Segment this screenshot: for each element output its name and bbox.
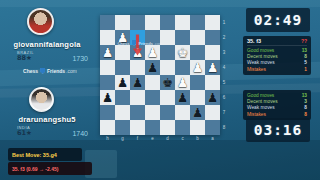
game-analysis-screen: giovannifalangola BRAZIL 88★ 1730 ChessF… xyxy=(0,0,320,180)
file-label-c: c xyxy=(175,135,190,142)
square-f4[interactable] xyxy=(130,60,145,75)
square-h6[interactable]: ♟ xyxy=(100,90,115,105)
stats-header: 35. f3 ?? xyxy=(247,38,307,46)
square-c8[interactable] xyxy=(175,120,190,135)
board-watermark: ChessFriends.com xyxy=(112,40,168,46)
stat-value: 8 xyxy=(304,105,307,110)
rank-label-3: 3 xyxy=(221,45,227,60)
shield-icon xyxy=(131,40,136,46)
black-pawn-c6: ♟ xyxy=(177,90,188,105)
square-e3[interactable]: ♟ xyxy=(145,45,160,60)
square-h7[interactable] xyxy=(100,105,115,120)
player-rating-black: 1740 xyxy=(48,130,88,137)
black-pawn-a6: ♟ xyxy=(207,90,218,105)
black-pawn-f5: ♟ xyxy=(132,75,143,90)
square-g1[interactable] xyxy=(115,15,130,30)
background-wave xyxy=(0,0,320,7)
white-pawn-e3: ♟ xyxy=(147,45,158,60)
square-c5[interactable]: ♟ xyxy=(175,75,190,90)
rank-label-1: 1 xyxy=(221,15,227,30)
logo-suffix: .com xyxy=(154,41,163,46)
black-pawn-h6: ♟ xyxy=(102,90,113,105)
square-f7[interactable] xyxy=(130,105,145,120)
player-name-white: giovannifalangola xyxy=(2,40,92,49)
stat-label: Weak moves xyxy=(247,105,275,110)
player-avatar-white[interactable] xyxy=(27,8,54,35)
square-e4[interactable]: ♟ xyxy=(145,60,160,75)
stat-value: 8 xyxy=(304,112,307,117)
best-move-text: Best Move: 35.g4 xyxy=(12,152,57,158)
square-b6[interactable] xyxy=(190,90,205,105)
white-pawn-b4: ♟ xyxy=(192,60,203,75)
chessfriends-logo: ChessFriends.com xyxy=(20,68,80,74)
square-g8[interactable] xyxy=(115,120,130,135)
black-pawn-g5: ♟ xyxy=(117,75,128,90)
chess-board: ♟♟♟♟♚♟♟♟♟♟♚♟♟♟♟♟ xyxy=(100,15,220,135)
square-f5[interactable]: ♟ xyxy=(130,75,145,90)
square-b7[interactable]: ♟ xyxy=(190,105,205,120)
player-badges-white: 88★ xyxy=(17,54,32,62)
white-pawn-f3: ♟ xyxy=(132,45,143,60)
clock-black: 03:16 xyxy=(246,118,310,142)
file-label-e: e xyxy=(145,135,160,142)
player-name-black: drarunangshu5 xyxy=(2,115,92,124)
square-a8[interactable] xyxy=(205,120,220,135)
rank-label-2: 2 xyxy=(221,30,227,45)
stat-label: Decent moves xyxy=(247,54,278,59)
square-g6[interactable] xyxy=(115,90,130,105)
square-h1[interactable] xyxy=(100,15,115,30)
square-h5[interactable] xyxy=(100,75,115,90)
clock-black-time: 03:16 xyxy=(254,122,303,138)
square-g4[interactable] xyxy=(115,60,130,75)
square-a2[interactable] xyxy=(205,30,220,45)
square-d5[interactable]: ♚ xyxy=(160,75,175,90)
stats-panel-white: 35. f3 ?? Good moves13Decent moves8Weak … xyxy=(243,36,311,75)
file-label-h: h xyxy=(100,135,115,142)
file-label-g: g xyxy=(115,135,130,142)
file-label-d: d xyxy=(160,135,175,142)
square-f8[interactable] xyxy=(130,120,145,135)
square-a7[interactable] xyxy=(205,105,220,120)
stats-panel-black: Good moves13Decent moves3Weak moves8Mist… xyxy=(243,90,311,120)
played-move-eval-panel: 35. f3 (0.69 → -2.45) xyxy=(8,162,92,175)
square-c2[interactable] xyxy=(175,30,190,45)
square-a1[interactable] xyxy=(205,15,220,30)
square-g7[interactable] xyxy=(115,105,130,120)
file-label-b: b xyxy=(190,135,205,142)
square-b2[interactable] xyxy=(190,30,205,45)
square-e5[interactable] xyxy=(145,75,160,90)
stat-value: 13 xyxy=(302,48,307,53)
stat-label: Decent moves xyxy=(247,99,278,104)
square-b1[interactable] xyxy=(190,15,205,30)
stat-label: Mistakes xyxy=(247,67,266,72)
square-c4[interactable] xyxy=(175,60,190,75)
stat-label: Weak moves xyxy=(247,60,275,65)
square-c3[interactable]: ♚ xyxy=(175,45,190,60)
logo-word2: Friends xyxy=(138,41,152,46)
square-h8[interactable] xyxy=(100,120,115,135)
square-c1[interactable] xyxy=(175,15,190,30)
logo-word2: Friends xyxy=(47,68,65,74)
square-b5[interactable] xyxy=(190,75,205,90)
stat-value: 1 xyxy=(304,67,307,72)
square-d4[interactable] xyxy=(160,60,175,75)
square-e6[interactable] xyxy=(145,90,160,105)
logo-suffix: .com xyxy=(66,68,77,74)
square-e1[interactable] xyxy=(145,15,160,30)
stat-label: Mistakes xyxy=(247,112,266,117)
stat-value: 5 xyxy=(304,60,307,65)
square-c6[interactable]: ♟ xyxy=(175,90,190,105)
stat-value: 13 xyxy=(302,93,307,98)
clock-white: 02:49 xyxy=(246,8,310,32)
stat-value: 8 xyxy=(304,54,307,59)
square-c7[interactable] xyxy=(175,105,190,120)
played-move-eval-text: 35. f3 (0.69 → -2.45) xyxy=(12,166,58,172)
black-pawn-e4: ♟ xyxy=(147,60,158,75)
black-pawn-b7: ♟ xyxy=(192,105,203,120)
file-label-f: f xyxy=(130,135,145,142)
white-king-c3: ♚ xyxy=(177,45,188,60)
file-label-a: a xyxy=(205,135,220,142)
rank-label-5: 5 xyxy=(221,75,227,90)
white-pawn-h3: ♟ xyxy=(102,45,113,60)
square-d6[interactable] xyxy=(160,90,175,105)
rank-label-4: 4 xyxy=(221,60,227,75)
stat-label: Good moves xyxy=(247,48,274,53)
square-a6[interactable]: ♟ xyxy=(205,90,220,105)
stat-label: Good moves xyxy=(247,93,274,98)
square-d8[interactable] xyxy=(160,120,175,135)
square-a5[interactable] xyxy=(205,75,220,90)
square-e7[interactable] xyxy=(145,105,160,120)
white-pawn-a4: ♟ xyxy=(207,60,218,75)
stat-value: 3 xyxy=(304,99,307,104)
logo-word1: Chess xyxy=(23,68,38,74)
square-a3[interactable] xyxy=(205,45,220,60)
square-h3[interactable]: ♟ xyxy=(100,45,115,60)
square-h4[interactable] xyxy=(100,60,115,75)
player-badges-black: 61★ xyxy=(17,129,32,137)
white-pawn-c5: ♟ xyxy=(177,75,188,90)
logo-word1: Chess xyxy=(117,41,129,46)
square-b4[interactable]: ♟ xyxy=(190,60,205,75)
stat-row-mistakes: Mistakes8 xyxy=(247,111,307,117)
square-a4[interactable]: ♟ xyxy=(205,60,220,75)
square-b8[interactable] xyxy=(190,120,205,135)
player-avatar-black[interactable] xyxy=(29,87,54,112)
best-move-panel: Best Move: 35.g4 xyxy=(8,148,82,161)
player-rating-white: 1730 xyxy=(48,55,88,62)
square-g3[interactable] xyxy=(115,45,130,60)
shield-icon xyxy=(40,68,45,74)
square-b3[interactable] xyxy=(190,45,205,60)
square-d7[interactable] xyxy=(160,105,175,120)
square-f1[interactable] xyxy=(130,15,145,30)
clock-white-time: 02:49 xyxy=(254,12,303,28)
stat-row-mistakes: Mistakes1 xyxy=(247,66,307,72)
rank-label-8: 8 xyxy=(221,120,227,135)
last-move-label: 35. f3 xyxy=(247,38,261,44)
square-f6[interactable] xyxy=(130,90,145,105)
square-e8[interactable] xyxy=(145,120,160,135)
rank-label-6: 6 xyxy=(221,90,227,105)
square-f3[interactable]: ♟ xyxy=(130,45,145,60)
square-d3[interactable] xyxy=(160,45,175,60)
square-d1[interactable] xyxy=(160,15,175,30)
square-g5[interactable]: ♟ xyxy=(115,75,130,90)
black-king-d5: ♚ xyxy=(162,75,173,90)
rank-label-7: 7 xyxy=(221,105,227,120)
blunder-icon: ?? xyxy=(301,38,307,44)
